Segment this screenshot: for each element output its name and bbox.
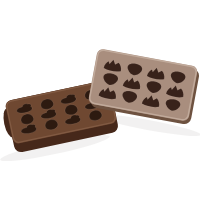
chocolate-molds-illustration: [0, 0, 200, 200]
product-photo: [0, 0, 200, 200]
